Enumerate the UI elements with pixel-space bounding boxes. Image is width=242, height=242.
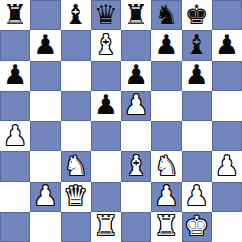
square-a7[interactable] <box>0 30 30 60</box>
square-d6[interactable] <box>91 61 121 91</box>
square-g5[interactable] <box>182 91 212 121</box>
square-e1[interactable] <box>121 212 151 242</box>
square-a2[interactable] <box>0 182 30 212</box>
square-g2[interactable]: ♟ <box>182 182 212 212</box>
square-c2[interactable]: ♛ <box>61 182 91 212</box>
square-h4[interactable] <box>212 121 242 151</box>
white-pawn[interactable]: ♟ <box>33 182 57 209</box>
black-rook[interactable]: ♜ <box>124 1 148 28</box>
square-h7[interactable]: ♟ <box>212 30 242 60</box>
square-c7[interactable] <box>61 30 91 60</box>
white-queen[interactable]: ♛ <box>64 182 88 209</box>
square-c5[interactable] <box>61 91 91 121</box>
square-h8[interactable] <box>212 0 242 30</box>
black-pawn[interactable]: ♟ <box>185 61 209 88</box>
black-pawn[interactable]: ♟ <box>33 31 57 58</box>
black-rook[interactable]: ♜ <box>3 1 27 28</box>
square-d2[interactable] <box>91 182 121 212</box>
square-d1[interactable]: ♜ <box>91 212 121 242</box>
square-f7[interactable]: ♟ <box>151 30 181 60</box>
square-c8[interactable]: ♝ <box>61 0 91 30</box>
square-a3[interactable] <box>0 151 30 181</box>
square-a1[interactable] <box>0 212 30 242</box>
square-e3[interactable]: ♝ <box>121 151 151 181</box>
black-bishop[interactable]: ♝ <box>64 1 88 28</box>
black-pawn[interactable]: ♟ <box>154 31 178 58</box>
square-f1[interactable]: ♜ <box>151 212 181 242</box>
white-knight[interactable]: ♞ <box>154 152 178 179</box>
square-g7[interactable]: ♝ <box>182 30 212 60</box>
chess-board: ♜♝♛♜♞♚♟♝♟♝♟♟♟♟♟♟♟♞♝♞♟♟♛♟♟♜♜♚ <box>0 0 242 242</box>
square-b1[interactable] <box>30 212 60 242</box>
square-e6[interactable]: ♟ <box>121 61 151 91</box>
white-pawn[interactable]: ♟ <box>185 182 209 209</box>
black-pawn[interactable]: ♟ <box>94 91 118 118</box>
black-queen[interactable]: ♛ <box>94 1 118 28</box>
square-c3[interactable]: ♞ <box>61 151 91 181</box>
square-h6[interactable] <box>212 61 242 91</box>
square-d5[interactable]: ♟ <box>91 91 121 121</box>
square-c6[interactable] <box>61 61 91 91</box>
square-a4[interactable]: ♟ <box>0 121 30 151</box>
square-d4[interactable] <box>91 121 121 151</box>
white-king[interactable]: ♚ <box>185 212 209 239</box>
square-e7[interactable] <box>121 30 151 60</box>
square-e4[interactable] <box>121 121 151 151</box>
square-b3[interactable] <box>30 151 60 181</box>
square-b2[interactable]: ♟ <box>30 182 60 212</box>
white-pawn[interactable]: ♟ <box>124 91 148 118</box>
square-b8[interactable] <box>30 0 60 30</box>
square-e2[interactable] <box>121 182 151 212</box>
square-d7[interactable]: ♝ <box>91 30 121 60</box>
square-h3[interactable]: ♟ <box>212 151 242 181</box>
black-pawn[interactable]: ♟ <box>3 61 27 88</box>
square-e8[interactable]: ♜ <box>121 0 151 30</box>
square-g3[interactable] <box>182 151 212 181</box>
square-f6[interactable] <box>151 61 181 91</box>
square-b4[interactable] <box>30 121 60 151</box>
white-knight[interactable]: ♞ <box>64 152 88 179</box>
square-d3[interactable] <box>91 151 121 181</box>
white-rook[interactable]: ♜ <box>94 212 118 239</box>
square-f5[interactable] <box>151 91 181 121</box>
square-f8[interactable]: ♞ <box>151 0 181 30</box>
square-d8[interactable]: ♛ <box>91 0 121 30</box>
square-a6[interactable]: ♟ <box>0 61 30 91</box>
black-bishop[interactable]: ♝ <box>185 31 209 58</box>
square-b7[interactable]: ♟ <box>30 30 60 60</box>
square-f4[interactable] <box>151 121 181 151</box>
square-c1[interactable] <box>61 212 91 242</box>
white-rook[interactable]: ♜ <box>154 212 178 239</box>
black-pawn[interactable]: ♟ <box>124 61 148 88</box>
square-h2[interactable] <box>212 182 242 212</box>
black-pawn[interactable]: ♟ <box>215 31 239 58</box>
square-h1[interactable] <box>212 212 242 242</box>
square-b6[interactable] <box>30 61 60 91</box>
white-bishop[interactable]: ♝ <box>94 31 118 58</box>
square-f2[interactable]: ♟ <box>151 182 181 212</box>
black-king[interactable]: ♚ <box>185 1 209 28</box>
square-g6[interactable]: ♟ <box>182 61 212 91</box>
square-a5[interactable] <box>0 91 30 121</box>
black-knight[interactable]: ♞ <box>154 1 178 28</box>
white-bishop[interactable]: ♝ <box>124 152 148 179</box>
square-e5[interactable]: ♟ <box>121 91 151 121</box>
white-pawn[interactable]: ♟ <box>154 182 178 209</box>
square-g1[interactable]: ♚ <box>182 212 212 242</box>
square-g4[interactable] <box>182 121 212 151</box>
square-g8[interactable]: ♚ <box>182 0 212 30</box>
white-pawn[interactable]: ♟ <box>3 122 27 149</box>
square-h5[interactable] <box>212 91 242 121</box>
square-a8[interactable]: ♜ <box>0 0 30 30</box>
square-f3[interactable]: ♞ <box>151 151 181 181</box>
square-c4[interactable] <box>61 121 91 151</box>
white-pawn[interactable]: ♟ <box>215 152 239 179</box>
square-b5[interactable] <box>30 91 60 121</box>
